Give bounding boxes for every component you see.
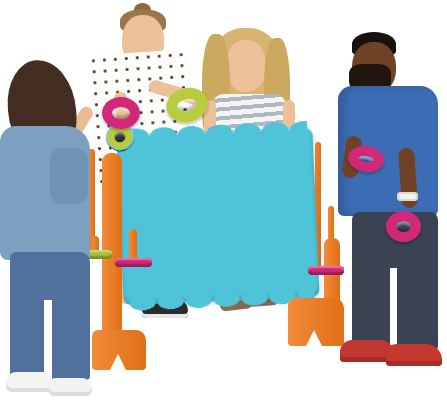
chambray-sleeve [50, 148, 88, 204]
jeans-gap [44, 300, 52, 380]
white-sneaker [6, 372, 52, 392]
white-sneaker [48, 378, 92, 396]
person-left-woman [0, 0, 447, 400]
product-photo-scene [0, 0, 447, 400]
